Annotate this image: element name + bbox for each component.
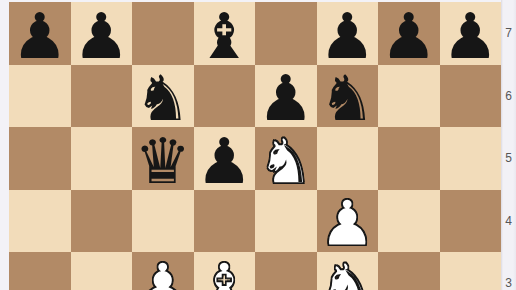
square-c4[interactable] (132, 190, 194, 253)
white-pawn[interactable]: ♟ (319, 192, 375, 255)
black-pawn[interactable]: ♟ (442, 5, 498, 68)
square-a5[interactable] (9, 127, 71, 190)
black-pawn[interactable]: ♟ (319, 5, 375, 68)
square-e4[interactable] (255, 190, 317, 253)
square-h5[interactable] (440, 127, 502, 190)
square-b6[interactable] (71, 65, 133, 128)
square-g4[interactable] (378, 190, 440, 253)
square-c6[interactable]: ♞ (132, 65, 194, 128)
black-pawn[interactable]: ♟ (196, 130, 252, 193)
square-f3[interactable]: ♞ (317, 252, 379, 290)
white-knight[interactable]: ♞ (258, 130, 314, 193)
square-h7[interactable]: ♟ (440, 2, 502, 65)
square-a6[interactable] (9, 65, 71, 128)
rank-label-5: 5 (501, 151, 516, 165)
square-c3[interactable]: ♟ (132, 252, 194, 290)
square-h6[interactable] (440, 65, 502, 128)
square-c5[interactable]: ♛ (132, 127, 194, 190)
square-b5[interactable] (71, 127, 133, 190)
black-pawn[interactable]: ♟ (73, 5, 129, 68)
square-e7[interactable] (255, 2, 317, 65)
square-d5[interactable]: ♟ (194, 127, 256, 190)
square-f5[interactable] (317, 127, 379, 190)
square-f7[interactable]: ♟ (317, 2, 379, 65)
white-knight[interactable]: ♞ (319, 255, 375, 290)
black-pawn[interactable]: ♟ (381, 5, 437, 68)
black-knight[interactable]: ♞ (135, 67, 191, 130)
black-pawn[interactable]: ♟ (258, 67, 314, 130)
square-h4[interactable] (440, 190, 502, 253)
square-e3[interactable] (255, 252, 317, 290)
square-e6[interactable]: ♟ (255, 65, 317, 128)
black-pawn[interactable]: ♟ (12, 5, 68, 68)
square-a3[interactable] (9, 252, 71, 290)
black-knight[interactable]: ♞ (319, 67, 375, 130)
rank-label-4: 4 (501, 214, 516, 228)
square-a7[interactable]: ♟ (9, 2, 71, 65)
square-g5[interactable] (378, 127, 440, 190)
square-b4[interactable] (71, 190, 133, 253)
chess-board-screenshot: ♟♟♝♟♟♟♞♟♞♛♟♞♟♟♝♞ 7 6 5 4 3 (0, 0, 516, 290)
square-f6[interactable]: ♞ (317, 65, 379, 128)
square-d3[interactable]: ♝ (194, 252, 256, 290)
white-bishop[interactable]: ♝ (196, 255, 252, 290)
rank-label-6: 6 (501, 89, 516, 103)
black-queen[interactable]: ♛ (135, 130, 191, 193)
square-d4[interactable] (194, 190, 256, 253)
square-b7[interactable]: ♟ (71, 2, 133, 65)
square-h3[interactable] (440, 252, 502, 290)
rank-label-3: 3 (501, 276, 516, 290)
square-g6[interactable] (378, 65, 440, 128)
rank-label-7: 7 (501, 26, 516, 40)
white-pawn[interactable]: ♟ (135, 255, 191, 290)
square-c7[interactable] (132, 2, 194, 65)
square-g7[interactable]: ♟ (378, 2, 440, 65)
square-a4[interactable] (9, 190, 71, 253)
square-e5[interactable]: ♞ (255, 127, 317, 190)
square-f4[interactable]: ♟ (317, 190, 379, 253)
square-b3[interactable] (71, 252, 133, 290)
rank-labels-gutter: 7 6 5 4 3 (501, 0, 516, 290)
square-d6[interactable] (194, 65, 256, 128)
square-d7[interactable]: ♝ (194, 2, 256, 65)
black-bishop[interactable]: ♝ (196, 5, 252, 68)
chess-board[interactable]: ♟♟♝♟♟♟♞♟♞♛♟♞♟♟♝♞ (9, 2, 501, 290)
square-g3[interactable] (378, 252, 440, 290)
